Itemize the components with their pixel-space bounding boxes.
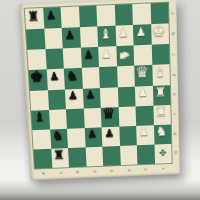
file-label: a	[170, 12, 175, 15]
board-square[interactable]	[32, 129, 50, 149]
board-square[interactable]	[80, 47, 99, 68]
board-square[interactable]	[83, 107, 101, 127]
photo-background: ♜♟♟♟♚♟♞♟♟♝♛♞♟♟♜♝♟♟♚♟♞♛♝♟♜♜♟♞✤ 87654321 a…	[0, 0, 200, 200]
board-square[interactable]	[45, 49, 64, 70]
board-square[interactable]	[137, 144, 155, 164]
rank-label: 4	[109, 169, 114, 172]
board-square[interactable]	[115, 25, 133, 46]
board-square[interactable]	[78, 6, 97, 28]
rank-label: 1	[161, 167, 166, 170]
board-square[interactable]	[151, 24, 169, 45]
board-square[interactable]	[85, 147, 103, 167]
chess-board: ♜♟♟♟♚♟♞♟♟♝♛♞♟♟♜♝♟♟♚♟♞♛♝♟♜♜♟♞✤ 87654321 a…	[19, 0, 179, 180]
board-square[interactable]	[66, 108, 84, 128]
board-square[interactable]	[102, 126, 120, 146]
board-square[interactable]	[67, 128, 85, 148]
board-square[interactable]	[132, 3, 151, 25]
board-square[interactable]	[46, 69, 65, 90]
board-square[interactable]	[97, 26, 116, 47]
board-square[interactable]	[120, 145, 138, 165]
board-square[interactable]	[82, 88, 100, 109]
board-square[interactable]	[152, 65, 170, 86]
board-square[interactable]	[136, 125, 154, 145]
board-square[interactable]	[47, 89, 66, 110]
board-square[interactable]	[119, 126, 137, 146]
file-label: b	[170, 32, 175, 35]
board-square[interactable]	[116, 46, 134, 67]
board-square[interactable]	[135, 85, 153, 106]
board-square[interactable]	[101, 107, 119, 127]
file-label: e	[172, 93, 177, 96]
table-edge-shadow	[0, 193, 200, 200]
rank-label: 3	[127, 169, 132, 172]
rank-label: 8	[41, 172, 46, 175]
board-square[interactable]	[65, 88, 83, 109]
board-square[interactable]	[26, 29, 45, 50]
board-square[interactable]	[153, 124, 171, 144]
board-square[interactable]	[134, 65, 152, 86]
board-square[interactable]	[81, 67, 99, 88]
board-squares	[25, 3, 172, 169]
board-square[interactable]	[62, 27, 81, 48]
file-label: c	[171, 53, 176, 55]
board-square[interactable]	[102, 146, 120, 166]
rank-label: 7	[58, 171, 63, 174]
board-square[interactable]	[117, 86, 135, 107]
board-square[interactable]	[136, 105, 154, 125]
board-square[interactable]	[61, 6, 80, 28]
rank-label: 6	[75, 171, 80, 174]
board-square[interactable]	[151, 44, 169, 65]
board-square[interactable]	[34, 149, 52, 169]
board-square[interactable]	[152, 85, 170, 106]
board-square[interactable]	[31, 110, 50, 130]
file-label: g	[172, 133, 177, 136]
board-square[interactable]	[29, 70, 48, 91]
board-square[interactable]	[63, 48, 82, 69]
board-square[interactable]	[44, 28, 63, 49]
board-square[interactable]	[84, 127, 102, 147]
board-square[interactable]	[27, 49, 46, 70]
board-square[interactable]	[99, 67, 117, 88]
board-square[interactable]	[51, 148, 69, 168]
board-square[interactable]	[134, 45, 152, 66]
board-square[interactable]	[150, 3, 168, 25]
board-square[interactable]	[68, 147, 86, 167]
board-square[interactable]	[118, 106, 136, 126]
board-square[interactable]	[153, 105, 171, 125]
board-square[interactable]	[43, 7, 62, 29]
board-playing-area: ♜♟♟♟♚♟♞♟♟♝♛♞♟♟♜♝♟♟♚♟♞♛♝♟♜♜♟♞✤	[25, 3, 172, 169]
board-square[interactable]	[133, 24, 151, 45]
board-square[interactable]	[154, 144, 172, 164]
board-square[interactable]	[49, 109, 67, 129]
file-label: f	[172, 113, 177, 115]
file-label: d	[171, 73, 176, 76]
rank-label: 5	[92, 170, 97, 173]
file-label: h	[173, 152, 178, 155]
board-square[interactable]	[79, 27, 98, 48]
board-square[interactable]	[96, 5, 115, 27]
board-square[interactable]	[50, 129, 68, 149]
board-square[interactable]	[117, 66, 135, 87]
board-square[interactable]	[30, 90, 49, 111]
board-square[interactable]	[25, 8, 44, 30]
board-square[interactable]	[98, 46, 116, 67]
board-square[interactable]	[64, 68, 83, 89]
rank-label: 2	[144, 168, 149, 171]
board-square[interactable]	[100, 87, 118, 108]
board-square[interactable]	[114, 4, 133, 26]
